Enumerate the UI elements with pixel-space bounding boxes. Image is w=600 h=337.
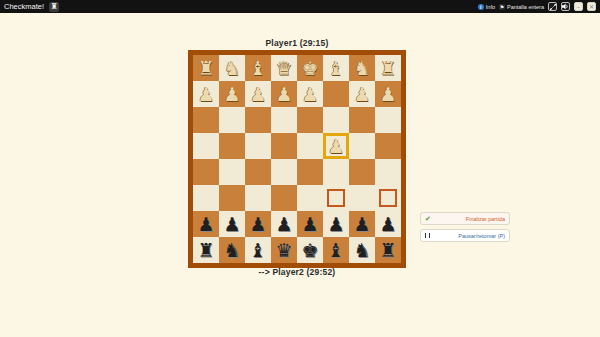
square-g1[interactable]: ♞ xyxy=(349,55,375,81)
white-pawn: ♟ xyxy=(275,85,292,104)
square-f7[interactable]: ♟ xyxy=(323,211,349,237)
black-rook: ♜ xyxy=(197,241,214,260)
fullscreen-label: Pantalla entera xyxy=(507,4,544,10)
square-g2[interactable]: ♟ xyxy=(349,81,375,107)
square-a7[interactable]: ♟ xyxy=(193,211,219,237)
end-game-button[interactable]: ✔ Finalizar partida xyxy=(420,212,510,225)
black-bishop: ♝ xyxy=(327,241,344,260)
action-panel: ✔ Finalizar partida Pausar/retomar (P) xyxy=(420,212,510,242)
fullscreen-link[interactable]: ⚑ Pantalla entera xyxy=(499,4,544,10)
square-e1[interactable]: ♚ xyxy=(297,55,323,81)
square-d8[interactable]: ♛ xyxy=(271,237,297,263)
checkmark-icon: ✔ xyxy=(425,215,431,222)
white-pawn: ♟ xyxy=(301,85,318,104)
end-game-label: Finalizar partida xyxy=(466,216,505,222)
square-b5[interactable] xyxy=(219,159,245,185)
square-h4[interactable] xyxy=(375,133,401,159)
square-g6[interactable] xyxy=(349,185,375,211)
black-pawn: ♟ xyxy=(275,215,292,234)
square-f1[interactable]: ♝ xyxy=(323,55,349,81)
square-h6[interactable] xyxy=(375,185,401,211)
pause-icon xyxy=(425,233,430,238)
white-knight: ♞ xyxy=(353,59,370,78)
square-a6[interactable] xyxy=(193,185,219,211)
square-d7[interactable]: ♟ xyxy=(271,211,297,237)
square-e4[interactable] xyxy=(297,133,323,159)
square-a4[interactable] xyxy=(193,133,219,159)
square-e6[interactable] xyxy=(297,185,323,211)
game-stage: Player1 (29:15) ♜♞♝♛♚♝♞♜♟♟♟♟♟♟♟♟♟♟♟♟♟♟♟♟… xyxy=(0,13,600,337)
square-f6[interactable] xyxy=(323,185,349,211)
square-g7[interactable]: ♟ xyxy=(349,211,375,237)
player1-timer: Player1 (29:15) xyxy=(147,38,447,48)
player2-timer: --> Player2 (29:52) xyxy=(147,267,447,277)
white-pawn: ♟ xyxy=(353,85,370,104)
white-pawn: ♟ xyxy=(223,85,240,104)
square-b1[interactable]: ♞ xyxy=(219,55,245,81)
square-c7[interactable]: ♟ xyxy=(245,211,271,237)
square-h1[interactable]: ♜ xyxy=(375,55,401,81)
expand-icon xyxy=(550,4,556,10)
black-knight: ♞ xyxy=(223,241,240,260)
minimize-button[interactable]: – xyxy=(574,2,583,11)
square-d3[interactable] xyxy=(271,107,297,133)
square-c1[interactable]: ♝ xyxy=(245,55,271,81)
square-b6[interactable] xyxy=(219,185,245,211)
white-king: ♚ xyxy=(301,59,318,78)
black-king: ♚ xyxy=(301,241,318,260)
square-d4[interactable] xyxy=(271,133,297,159)
square-c5[interactable] xyxy=(245,159,271,185)
square-b3[interactable] xyxy=(219,107,245,133)
square-e3[interactable] xyxy=(297,107,323,133)
square-h3[interactable] xyxy=(375,107,401,133)
square-b7[interactable]: ♟ xyxy=(219,211,245,237)
square-e5[interactable] xyxy=(297,159,323,185)
square-h2[interactable]: ♟ xyxy=(375,81,401,107)
window-title: Checkmate! xyxy=(4,0,44,13)
black-pawn: ♟ xyxy=(353,215,370,234)
square-e2[interactable]: ♟ xyxy=(297,81,323,107)
square-c6[interactable] xyxy=(245,185,271,211)
square-h7[interactable]: ♟ xyxy=(375,211,401,237)
square-h8[interactable]: ♜ xyxy=(375,237,401,263)
square-d6[interactable] xyxy=(271,185,297,211)
black-pawn: ♟ xyxy=(223,215,240,234)
info-button[interactable]: i Info xyxy=(478,4,495,10)
black-knight: ♞ xyxy=(353,241,370,260)
square-d2[interactable]: ♟ xyxy=(271,81,297,107)
square-f3[interactable] xyxy=(323,107,349,133)
close-button[interactable]: ✕ xyxy=(587,2,596,11)
square-f4[interactable]: ♟ xyxy=(323,133,349,159)
chess-board: ♜♞♝♛♚♝♞♜♟♟♟♟♟♟♟♟♟♟♟♟♟♟♟♟♜♞♝♛♚♝♞♜ xyxy=(193,55,401,263)
black-queen: ♛ xyxy=(275,241,292,260)
black-pawn: ♟ xyxy=(327,215,344,234)
white-pawn: ♟ xyxy=(327,137,344,156)
speaker-icon xyxy=(562,3,569,10)
square-d1[interactable]: ♛ xyxy=(271,55,297,81)
square-a3[interactable] xyxy=(193,107,219,133)
rook-game-icon: ♜ xyxy=(49,2,59,12)
square-g5[interactable] xyxy=(349,159,375,185)
square-f5[interactable] xyxy=(323,159,349,185)
square-a1[interactable]: ♜ xyxy=(193,55,219,81)
square-f8[interactable]: ♝ xyxy=(323,237,349,263)
flag-icon: ⚑ xyxy=(499,4,505,10)
square-c3[interactable] xyxy=(245,107,271,133)
square-a5[interactable] xyxy=(193,159,219,185)
white-knight: ♞ xyxy=(223,59,240,78)
black-bishop: ♝ xyxy=(249,241,266,260)
black-rook: ♜ xyxy=(379,241,396,260)
expand-button[interactable] xyxy=(548,2,557,11)
square-b2[interactable]: ♟ xyxy=(219,81,245,107)
square-g8[interactable]: ♞ xyxy=(349,237,375,263)
white-pawn: ♟ xyxy=(197,85,214,104)
square-b4[interactable] xyxy=(219,133,245,159)
info-icon: i xyxy=(478,4,484,10)
square-c2[interactable]: ♟ xyxy=(245,81,271,107)
square-b8[interactable]: ♞ xyxy=(219,237,245,263)
square-a2[interactable]: ♟ xyxy=(193,81,219,107)
info-label: Info xyxy=(486,4,495,10)
black-pawn: ♟ xyxy=(301,215,318,234)
black-pawn: ♟ xyxy=(197,215,214,234)
square-e8[interactable]: ♚ xyxy=(297,237,323,263)
square-e7[interactable]: ♟ xyxy=(297,211,323,237)
square-c8[interactable]: ♝ xyxy=(245,237,271,263)
square-a8[interactable]: ♜ xyxy=(193,237,219,263)
square-d5[interactable] xyxy=(271,159,297,185)
white-bishop: ♝ xyxy=(327,59,344,78)
square-g4[interactable] xyxy=(349,133,375,159)
white-bishop: ♝ xyxy=(249,59,266,78)
square-c4[interactable] xyxy=(245,133,271,159)
sound-button[interactable] xyxy=(561,2,570,11)
pause-resume-label: Pausar/retomar (P) xyxy=(458,233,505,239)
square-h5[interactable] xyxy=(375,159,401,185)
title-bar: Checkmate! ♜ i Info ⚑ Pantalla entera – … xyxy=(0,0,600,13)
white-rook: ♜ xyxy=(197,59,214,78)
white-rook: ♜ xyxy=(379,59,396,78)
white-pawn: ♟ xyxy=(379,85,396,104)
black-pawn: ♟ xyxy=(249,215,266,234)
square-g3[interactable] xyxy=(349,107,375,133)
square-f2[interactable] xyxy=(323,81,349,107)
white-pawn: ♟ xyxy=(249,85,266,104)
board-frame: ♜♞♝♛♚♝♞♜♟♟♟♟♟♟♟♟♟♟♟♟♟♟♟♟♜♞♝♛♚♝♞♜ xyxy=(188,50,406,268)
black-pawn: ♟ xyxy=(379,215,396,234)
pause-resume-button[interactable]: Pausar/retomar (P) xyxy=(420,229,510,242)
white-queen: ♛ xyxy=(275,59,292,78)
